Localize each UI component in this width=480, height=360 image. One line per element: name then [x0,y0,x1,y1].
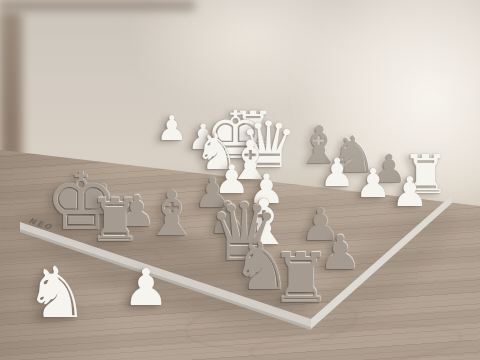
piece-white-pawn[interactable]: ♟ [355,163,391,203]
piece-white-pawn[interactable]: ♟ [392,172,429,213]
piece-silver-bishop[interactable]: ♝ [144,185,199,247]
piece-white-knight[interactable]: ♞ [25,258,88,328]
piece-silver-rook[interactable]: ♜ [88,190,142,250]
piece-white-pawn[interactable]: ♟ [320,153,355,192]
piece-white-pawn[interactable]: ♟ [157,110,188,144]
piece-white-pawn[interactable]: ♟ [123,263,169,314]
chess-photo-scene: NEO ♜♜♟♟♚♛♟♟♟♞♝♟♟♝♝♞♟♟♟♟♟♟♟♝♛♚♜♞♜♞♟ [0,0,480,360]
piece-silver-rook[interactable]: ♜ [270,245,331,313]
